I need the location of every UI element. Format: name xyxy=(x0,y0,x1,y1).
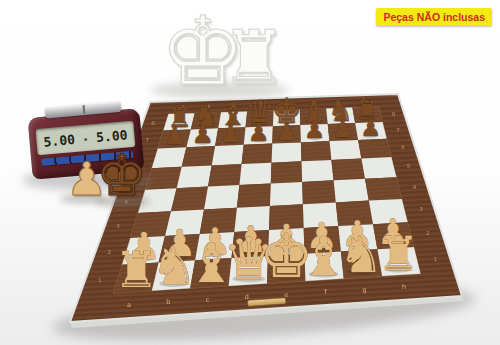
coord-file-label: a xyxy=(127,301,131,309)
clock-separator-icon: ▪ xyxy=(83,134,87,141)
square-d4[interactable] xyxy=(237,184,271,208)
display-black-king-icon: ♚ xyxy=(96,147,147,204)
piece-black-p-a7[interactable]: ♟ xyxy=(163,121,186,150)
square-c5[interactable] xyxy=(208,164,242,187)
coord-rank-label: 1 xyxy=(98,277,102,283)
pieces-not-included-badge: Peças NÃO inclusas xyxy=(376,8,492,26)
coord-rank-label: 2 xyxy=(107,249,111,255)
clock-left-time: 5.00 xyxy=(43,131,76,149)
coord-rank-label: 4 xyxy=(413,184,417,190)
coord-rank-label: 8 xyxy=(392,111,396,117)
coord-rank-label: 5 xyxy=(407,163,411,169)
coord-file-label: e xyxy=(284,291,288,299)
coord-file-label: b xyxy=(166,298,170,306)
square-e5[interactable] xyxy=(271,161,302,183)
square-b4[interactable] xyxy=(171,187,208,212)
coord-rank-label: 6 xyxy=(401,144,405,150)
coord-file-label: d xyxy=(245,293,249,301)
coord-rank-label: 8 xyxy=(151,120,155,126)
piece-white-r-h1[interactable]: ♜ xyxy=(378,227,420,281)
piece-black-p-d7[interactable]: ♟ xyxy=(248,118,270,147)
square-e4[interactable] xyxy=(270,182,303,206)
square-c4[interactable] xyxy=(204,185,239,210)
coord-rank-label: 1 xyxy=(433,256,437,262)
square-h5[interactable] xyxy=(361,157,396,179)
square-b5[interactable] xyxy=(177,165,212,188)
coord-file-label: c xyxy=(206,296,210,304)
piece-black-p-h7[interactable]: ♟ xyxy=(360,114,381,142)
coord-file-label: g xyxy=(363,286,367,294)
square-d5[interactable] xyxy=(239,163,271,185)
coord-rank-label: 3 xyxy=(419,206,423,212)
piece-black-p-f7[interactable]: ♟ xyxy=(304,116,326,144)
square-g5[interactable] xyxy=(331,159,365,181)
piece-black-p-b7[interactable]: ♟ xyxy=(191,120,213,149)
piece-black-p-g7[interactable]: ♟ xyxy=(332,115,353,143)
product-photo-scene: ♚ ♜ aabbccddeeffgghh1122334455667788 ♜♞♝… xyxy=(0,0,500,345)
square-g4[interactable] xyxy=(334,179,369,203)
square-f5[interactable] xyxy=(302,160,334,182)
piece-black-p-e7[interactable]: ♟ xyxy=(276,117,298,146)
piece-black-p-c7[interactable]: ♟ xyxy=(220,119,242,148)
coord-rank-label: 7 xyxy=(396,127,400,133)
square-h4[interactable] xyxy=(365,177,402,200)
coord-rank-label: 3 xyxy=(116,223,120,229)
square-f4[interactable] xyxy=(302,180,336,204)
coord-rank-label: 2 xyxy=(426,230,430,236)
coord-file-label: h xyxy=(402,283,406,291)
